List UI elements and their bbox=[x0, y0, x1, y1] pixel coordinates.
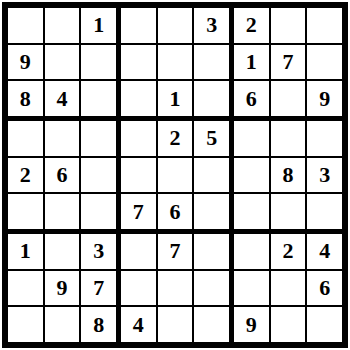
cell-r1c7: 2 bbox=[234, 8, 269, 43]
cell-r3c9: 9 bbox=[307, 81, 342, 116]
box-r2c2: 2576 bbox=[121, 121, 229, 229]
cell-r6c4: 7 bbox=[121, 194, 156, 229]
cell-r5c8: 8 bbox=[271, 158, 306, 193]
cell-r6c1[interactable] bbox=[8, 194, 43, 229]
cell-r1c8[interactable] bbox=[271, 8, 306, 43]
cell-r1c4[interactable] bbox=[121, 8, 156, 43]
box-r3c3: 2469 bbox=[234, 234, 342, 342]
cell-r2c1: 9 bbox=[8, 45, 43, 80]
box-r1c3: 21769 bbox=[234, 8, 342, 116]
sudoku-page: 198431217692625768313978742469 bbox=[0, 0, 350, 350]
cell-r2c3[interactable] bbox=[81, 45, 116, 80]
cell-r4c1[interactable] bbox=[8, 121, 43, 156]
cell-r7c4[interactable] bbox=[121, 234, 156, 269]
cell-r4c4[interactable] bbox=[121, 121, 156, 156]
cell-r8c3: 7 bbox=[81, 271, 116, 306]
cell-r9c9[interactable] bbox=[307, 307, 342, 342]
cell-r4c8[interactable] bbox=[271, 121, 306, 156]
box-r1c1: 1984 bbox=[8, 8, 116, 116]
cell-r3c1: 8 bbox=[8, 81, 43, 116]
cell-r8c1[interactable] bbox=[8, 271, 43, 306]
sudoku-board: 198431217692625768313978742469 bbox=[2, 2, 348, 348]
cell-r3c2: 4 bbox=[45, 81, 80, 116]
cell-r8c8[interactable] bbox=[271, 271, 306, 306]
cell-r6c7[interactable] bbox=[234, 194, 269, 229]
cell-r8c2: 9 bbox=[45, 271, 80, 306]
cell-r7c5: 7 bbox=[158, 234, 193, 269]
cell-r4c7[interactable] bbox=[234, 121, 269, 156]
cell-r1c5[interactable] bbox=[158, 8, 193, 43]
cell-r7c1: 1 bbox=[8, 234, 43, 269]
cell-r7c2[interactable] bbox=[45, 234, 80, 269]
cell-r9c7: 9 bbox=[234, 307, 269, 342]
cell-r5c4[interactable] bbox=[121, 158, 156, 193]
cell-r7c8: 2 bbox=[271, 234, 306, 269]
box-r2c1: 26 bbox=[8, 121, 116, 229]
cell-r9c3: 8 bbox=[81, 307, 116, 342]
cell-r5c7[interactable] bbox=[234, 158, 269, 193]
cell-r4c5: 2 bbox=[158, 121, 193, 156]
cell-r2c4[interactable] bbox=[121, 45, 156, 80]
cell-r5c6[interactable] bbox=[194, 158, 229, 193]
cell-r5c1: 2 bbox=[8, 158, 43, 193]
cell-r9c5[interactable] bbox=[158, 307, 193, 342]
cell-r3c5: 1 bbox=[158, 81, 193, 116]
cell-r3c8[interactable] bbox=[271, 81, 306, 116]
cell-r6c8[interactable] bbox=[271, 194, 306, 229]
box-r3c1: 13978 bbox=[8, 234, 116, 342]
cell-r6c6[interactable] bbox=[194, 194, 229, 229]
cell-r5c3[interactable] bbox=[81, 158, 116, 193]
cell-r8c6[interactable] bbox=[194, 271, 229, 306]
cell-r4c3[interactable] bbox=[81, 121, 116, 156]
cell-r6c5: 6 bbox=[158, 194, 193, 229]
cell-r2c7: 1 bbox=[234, 45, 269, 80]
cell-r1c6: 3 bbox=[194, 8, 229, 43]
cell-r1c1[interactable] bbox=[8, 8, 43, 43]
cell-r2c8: 7 bbox=[271, 45, 306, 80]
cell-r8c9: 6 bbox=[307, 271, 342, 306]
cell-r8c4[interactable] bbox=[121, 271, 156, 306]
cell-r6c9[interactable] bbox=[307, 194, 342, 229]
cell-r8c5[interactable] bbox=[158, 271, 193, 306]
cell-r7c3: 3 bbox=[81, 234, 116, 269]
cell-r3c3[interactable] bbox=[81, 81, 116, 116]
cell-r5c2: 6 bbox=[45, 158, 80, 193]
cell-r8c7[interactable] bbox=[234, 271, 269, 306]
cell-r6c3[interactable] bbox=[81, 194, 116, 229]
cell-r3c7: 6 bbox=[234, 81, 269, 116]
box-r3c2: 74 bbox=[121, 234, 229, 342]
cell-r1c9[interactable] bbox=[307, 8, 342, 43]
cell-r1c3: 1 bbox=[81, 8, 116, 43]
cell-r5c9: 3 bbox=[307, 158, 342, 193]
box-r1c2: 31 bbox=[121, 8, 229, 116]
cell-r3c6[interactable] bbox=[194, 81, 229, 116]
box-r2c3: 83 bbox=[234, 121, 342, 229]
cell-r7c9: 4 bbox=[307, 234, 342, 269]
cell-r2c9[interactable] bbox=[307, 45, 342, 80]
cell-r2c5[interactable] bbox=[158, 45, 193, 80]
cell-r7c6[interactable] bbox=[194, 234, 229, 269]
cell-r1c2[interactable] bbox=[45, 8, 80, 43]
cell-r6c2[interactable] bbox=[45, 194, 80, 229]
cell-r2c2[interactable] bbox=[45, 45, 80, 80]
cell-r9c1[interactable] bbox=[8, 307, 43, 342]
cell-r5c5[interactable] bbox=[158, 158, 193, 193]
cell-r2c6[interactable] bbox=[194, 45, 229, 80]
cell-r9c6[interactable] bbox=[194, 307, 229, 342]
cell-r4c6: 5 bbox=[194, 121, 229, 156]
cell-r9c4: 4 bbox=[121, 307, 156, 342]
cell-r9c8[interactable] bbox=[271, 307, 306, 342]
cell-r9c2[interactable] bbox=[45, 307, 80, 342]
cell-r4c2[interactable] bbox=[45, 121, 80, 156]
cell-r7c7[interactable] bbox=[234, 234, 269, 269]
cell-r4c9[interactable] bbox=[307, 121, 342, 156]
cell-r3c4[interactable] bbox=[121, 81, 156, 116]
